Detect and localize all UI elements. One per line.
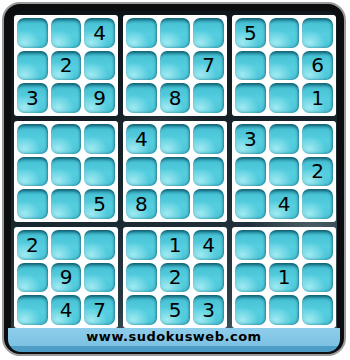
cell-r9c1[interactable] (17, 295, 48, 325)
cell-r3c5[interactable]: 8 (160, 83, 191, 113)
cell-r2c5[interactable] (160, 51, 191, 81)
cell-r5c1[interactable] (17, 157, 48, 187)
cell-r2c1[interactable] (17, 51, 48, 81)
cell-r9c2[interactable]: 4 (51, 295, 82, 325)
cell-r1c1[interactable] (17, 18, 48, 48)
box-7: 2947 (14, 227, 118, 328)
cell-r7c7[interactable] (235, 230, 266, 260)
cell-r2c9[interactable]: 6 (302, 51, 333, 81)
website-url: www.sudokusweb.com (86, 329, 261, 344)
cell-r6c4[interactable]: 8 (126, 189, 157, 219)
cell-r7c9[interactable] (302, 230, 333, 260)
cell-r4c8[interactable] (269, 124, 300, 154)
box-4: 5 (14, 121, 118, 222)
cell-r9c4[interactable] (126, 295, 157, 325)
cell-r6c9[interactable] (302, 189, 333, 219)
cell-r5c7[interactable] (235, 157, 266, 187)
cell-r1c4[interactable] (126, 18, 157, 48)
cell-r6c2[interactable] (51, 189, 82, 219)
cell-r9c6[interactable]: 3 (193, 295, 224, 325)
cell-r2c4[interactable] (126, 51, 157, 81)
cell-r5c5[interactable] (160, 157, 191, 187)
cell-r2c2[interactable]: 2 (51, 51, 82, 81)
cell-r9c5[interactable]: 5 (160, 295, 191, 325)
cell-r9c7[interactable] (235, 295, 266, 325)
cell-r2c8[interactable] (269, 51, 300, 81)
sudoku-page: 4239785615483242947142531 www.sudokusweb… (0, 0, 350, 360)
cell-r5c9[interactable]: 2 (302, 157, 333, 187)
cell-r3c3[interactable]: 9 (84, 83, 115, 113)
cell-r6c1[interactable] (17, 189, 48, 219)
box-9: 1 (232, 227, 336, 328)
cell-r8c3[interactable] (84, 263, 115, 293)
cell-r3c7[interactable] (235, 83, 266, 113)
cell-r4c1[interactable] (17, 124, 48, 154)
box-8: 14253 (123, 227, 227, 328)
cell-r8c9[interactable] (302, 263, 333, 293)
cell-r1c3[interactable]: 4 (84, 18, 115, 48)
cell-r4c5[interactable] (160, 124, 191, 154)
cell-r6c3[interactable]: 5 (84, 189, 115, 219)
sudoku-grid: 4239785615483242947142531 (14, 15, 336, 328)
cell-r7c3[interactable] (84, 230, 115, 260)
cell-r6c6[interactable] (193, 189, 224, 219)
box-1: 4239 (14, 15, 118, 116)
box-3: 561 (232, 15, 336, 116)
cell-r8c4[interactable] (126, 263, 157, 293)
cell-r7c5[interactable]: 1 (160, 230, 191, 260)
cell-r9c8[interactable] (269, 295, 300, 325)
cell-r3c1[interactable]: 3 (17, 83, 48, 113)
cell-r4c9[interactable] (302, 124, 333, 154)
cell-r8c5[interactable]: 2 (160, 263, 191, 293)
cell-r7c6[interactable]: 4 (193, 230, 224, 260)
cell-r2c7[interactable] (235, 51, 266, 81)
cell-r1c5[interactable] (160, 18, 191, 48)
cell-r5c4[interactable] (126, 157, 157, 187)
cell-r1c7[interactable]: 5 (235, 18, 266, 48)
board-frame: 4239785615483242947142531 www.sudokusweb… (2, 2, 346, 356)
cell-r3c4[interactable] (126, 83, 157, 113)
cell-r8c6[interactable] (193, 263, 224, 293)
cell-r3c2[interactable] (51, 83, 82, 113)
cell-r1c8[interactable] (269, 18, 300, 48)
cell-r6c8[interactable]: 4 (269, 189, 300, 219)
cell-r4c7[interactable]: 3 (235, 124, 266, 154)
cell-r7c4[interactable] (126, 230, 157, 260)
cell-r6c5[interactable] (160, 189, 191, 219)
cell-r4c6[interactable] (193, 124, 224, 154)
cell-r1c9[interactable] (302, 18, 333, 48)
cell-r8c1[interactable] (17, 263, 48, 293)
box-6: 324 (232, 121, 336, 222)
cell-r7c1[interactable]: 2 (17, 230, 48, 260)
cell-r8c2[interactable]: 9 (51, 263, 82, 293)
box-5: 48 (123, 121, 227, 222)
cell-r7c2[interactable] (51, 230, 82, 260)
cell-r3c8[interactable] (269, 83, 300, 113)
cell-r2c6[interactable]: 7 (193, 51, 224, 81)
cell-r4c2[interactable] (51, 124, 82, 154)
cell-r1c6[interactable] (193, 18, 224, 48)
cell-r9c3[interactable]: 7 (84, 295, 115, 325)
cell-r1c2[interactable] (51, 18, 82, 48)
cell-r8c8[interactable]: 1 (269, 263, 300, 293)
cell-r3c9[interactable]: 1 (302, 83, 333, 113)
cell-r5c8[interactable] (269, 157, 300, 187)
cell-r4c4[interactable]: 4 (126, 124, 157, 154)
cell-r3c6[interactable] (193, 83, 224, 113)
cell-r4c3[interactable] (84, 124, 115, 154)
cell-r6c7[interactable] (235, 189, 266, 219)
cell-r8c7[interactable] (235, 263, 266, 293)
cell-r7c8[interactable] (269, 230, 300, 260)
cell-r5c6[interactable] (193, 157, 224, 187)
cell-r5c2[interactable] (51, 157, 82, 187)
cell-r9c9[interactable] (302, 295, 333, 325)
footer-bar: www.sudokusweb.com (8, 328, 340, 352)
cell-r2c3[interactable] (84, 51, 115, 81)
cell-r5c3[interactable] (84, 157, 115, 187)
box-2: 78 (123, 15, 227, 116)
